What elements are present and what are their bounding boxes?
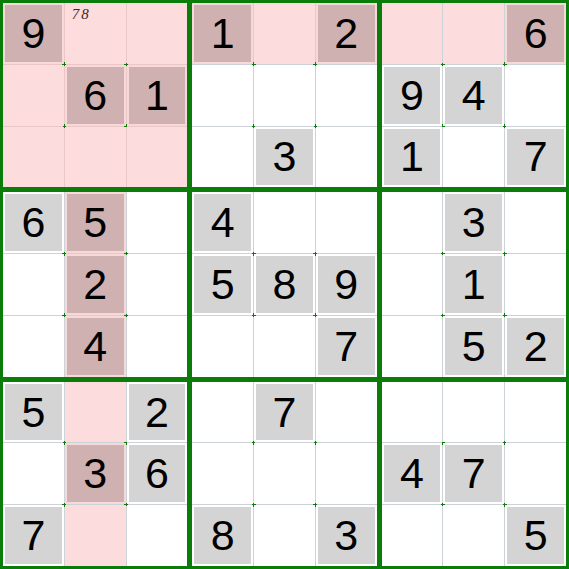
cell-r6c1[interactable] [3,316,64,377]
cell-r2c8[interactable]: 4 [443,65,504,126]
box-8: 783 [192,382,376,566]
cell-r7c7[interactable] [382,382,443,443]
cell-r4c7[interactable] [382,192,443,253]
cell-r5c5[interactable]: 8 [254,254,315,315]
cell-r1c8[interactable] [443,3,504,64]
pencil-marks: 78 [72,7,91,22]
cell-r9c9[interactable]: 5 [505,505,566,566]
cell-r6c5[interactable] [254,316,315,377]
cell-r3c3[interactable] [127,127,188,188]
cell-r7c4[interactable] [192,382,253,443]
cell-r7c1[interactable]: 5 [3,382,64,443]
cell-r5c2[interactable]: 2 [65,254,126,315]
cell-r9c4[interactable]: 8 [192,505,253,566]
cell-r2c7[interactable]: 9 [382,65,443,126]
cell-r1c7[interactable] [382,3,443,64]
cell-r7c5[interactable]: 7 [254,382,315,443]
cell-r9c2[interactable] [65,505,126,566]
cell-r6c7[interactable] [382,316,443,377]
box-6: 3152 [382,192,566,376]
cell-r8c4[interactable] [192,443,253,504]
cell-r5c7[interactable] [382,254,443,315]
cell-r6c6[interactable]: 7 [316,316,377,377]
box-3: 69417 [382,3,566,187]
cell-r8c8[interactable]: 7 [443,443,504,504]
cell-r1c2[interactable]: 78 [65,3,126,64]
cell-r9c5[interactable] [254,505,315,566]
cell-r4c3[interactable] [127,192,188,253]
cell-r5c4[interactable]: 5 [192,254,253,315]
cell-r6c2[interactable]: 4 [65,316,126,377]
cell-r3c9[interactable]: 7 [505,127,566,188]
cell-r4c1[interactable]: 6 [3,192,64,253]
box-2: 123 [192,3,376,187]
cell-r5c1[interactable] [3,254,64,315]
cell-r6c4[interactable] [192,316,253,377]
cell-r3c4[interactable] [192,127,253,188]
cell-r4c4[interactable]: 4 [192,192,253,253]
cell-r1c4[interactable]: 1 [192,3,253,64]
cell-r3c5[interactable]: 3 [254,127,315,188]
cell-r9c6[interactable]: 3 [316,505,377,566]
cell-r2c1[interactable] [3,65,64,126]
cell-r1c6[interactable]: 2 [316,3,377,64]
cell-r3c7[interactable]: 1 [382,127,443,188]
cell-r2c9[interactable] [505,65,566,126]
cell-r7c9[interactable] [505,382,566,443]
cell-r6c9[interactable]: 2 [505,316,566,377]
cell-r5c3[interactable] [127,254,188,315]
cell-r4c5[interactable] [254,192,315,253]
cell-r3c8[interactable] [443,127,504,188]
cell-r2c4[interactable] [192,65,253,126]
cell-r6c3[interactable] [127,316,188,377]
cell-r3c1[interactable] [3,127,64,188]
sudoku-board: 9786112369417652445897315252367783475 [0,0,569,569]
cell-r1c3[interactable] [127,3,188,64]
cell-r8c1[interactable] [3,443,64,504]
cell-r7c8[interactable] [443,382,504,443]
cell-r4c8[interactable]: 3 [443,192,504,253]
cell-r7c3[interactable]: 2 [127,382,188,443]
box-7: 52367 [3,382,187,566]
cell-r8c6[interactable] [316,443,377,504]
cell-r6c8[interactable]: 5 [443,316,504,377]
cell-r9c1[interactable]: 7 [3,505,64,566]
cell-r3c2[interactable] [65,127,126,188]
box-9: 475 [382,382,566,566]
cell-r4c6[interactable] [316,192,377,253]
cell-r8c7[interactable]: 4 [382,443,443,504]
cell-r3c6[interactable] [316,127,377,188]
cell-r7c6[interactable] [316,382,377,443]
cell-r4c2[interactable]: 5 [65,192,126,253]
cell-r8c2[interactable]: 3 [65,443,126,504]
cell-r2c6[interactable] [316,65,377,126]
cell-r4c9[interactable] [505,192,566,253]
box-5: 45897 [192,192,376,376]
cell-r9c3[interactable] [127,505,188,566]
cell-r9c8[interactable] [443,505,504,566]
cell-r1c9[interactable]: 6 [505,3,566,64]
cell-r8c9[interactable] [505,443,566,504]
cell-r2c2[interactable]: 6 [65,65,126,126]
box-4: 6524 [3,192,187,376]
cell-r5c9[interactable] [505,254,566,315]
cell-r8c3[interactable]: 6 [127,443,188,504]
cell-r5c8[interactable]: 1 [443,254,504,315]
cell-r1c1[interactable]: 9 [3,3,64,64]
box-1: 97861 [3,3,187,187]
cell-r1c5[interactable] [254,3,315,64]
cell-r5c6[interactable]: 9 [316,254,377,315]
cell-r8c5[interactable] [254,443,315,504]
cell-r7c2[interactable] [65,382,126,443]
cell-r9c7[interactable] [382,505,443,566]
cell-r2c5[interactable] [254,65,315,126]
cell-r2c3[interactable]: 1 [127,65,188,126]
